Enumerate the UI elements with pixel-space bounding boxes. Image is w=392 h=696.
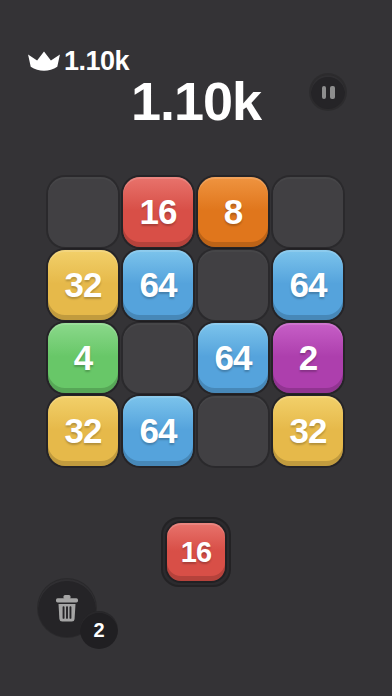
tile-16[interactable]: 16	[123, 177, 193, 247]
next-tile-slot: 16	[161, 517, 231, 587]
trash-count-badge: 2	[80, 611, 118, 649]
empty-slot[interactable]	[273, 177, 343, 247]
empty-slot[interactable]	[198, 396, 268, 466]
tile-64[interactable]: 64	[198, 323, 268, 393]
tile-64[interactable]: 64	[123, 396, 193, 466]
trash-icon	[55, 595, 79, 622]
board-grid[interactable]: 1683264644642326432	[48, 177, 343, 466]
pause-icon	[330, 86, 335, 99]
tile-4[interactable]: 4	[48, 323, 118, 393]
empty-slot[interactable]	[123, 323, 193, 393]
tile-64[interactable]: 64	[273, 250, 343, 320]
game-screen: 1.10k 1.10k 1683264644642326432 16 2	[0, 0, 392, 696]
tile-64[interactable]: 64	[123, 250, 193, 320]
pause-button[interactable]	[311, 75, 345, 109]
empty-slot[interactable]	[48, 177, 118, 247]
tile-8[interactable]: 8	[198, 177, 268, 247]
tile-32[interactable]: 32	[48, 250, 118, 320]
pause-icon	[322, 86, 327, 99]
tile-32[interactable]: 32	[48, 396, 118, 466]
tile-2[interactable]: 2	[273, 323, 343, 393]
next-tile[interactable]: 16	[167, 523, 225, 581]
crown-icon	[27, 50, 61, 73]
empty-slot[interactable]	[198, 250, 268, 320]
tile-32[interactable]: 32	[273, 396, 343, 466]
